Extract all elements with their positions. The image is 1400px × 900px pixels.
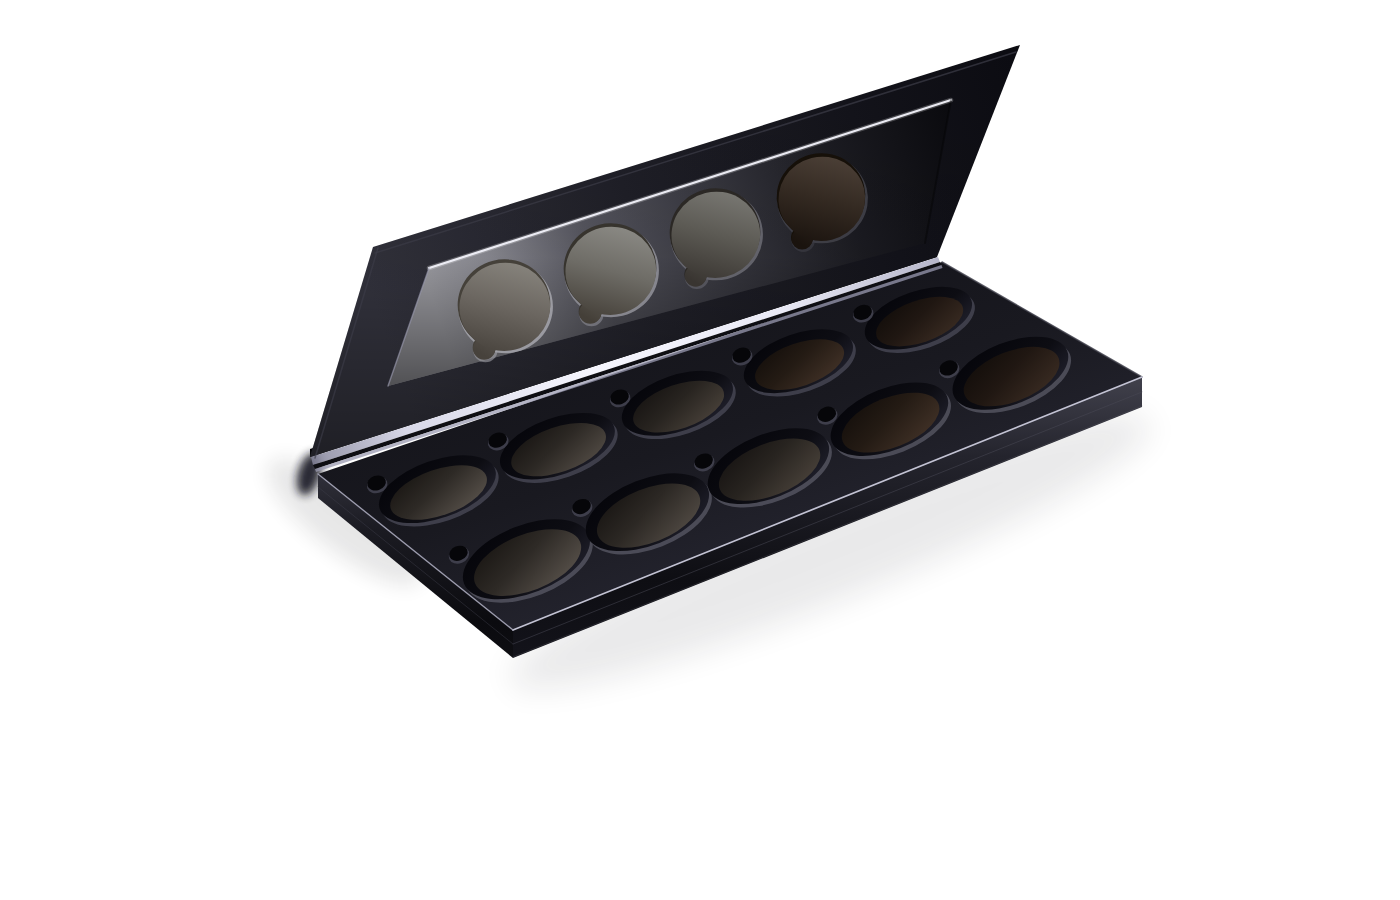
palette-svg [0, 0, 1400, 900]
product-render [0, 0, 1400, 900]
screenshot-root [0, 0, 1400, 900]
